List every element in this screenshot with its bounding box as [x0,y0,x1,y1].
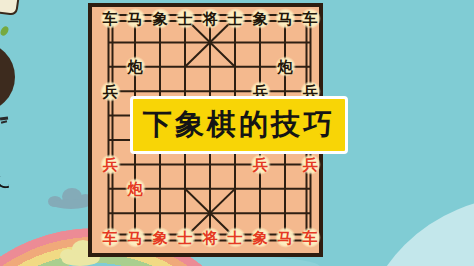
piece-red: 兵 [100,154,121,175]
piece-red: 马 [125,227,146,248]
piece-red: 车 [100,227,121,248]
piece-red: 兵 [300,154,321,175]
piece-black: 炮 [275,56,296,77]
piece-black: 马 [275,8,296,29]
piece-black: 兵 [100,81,121,102]
thumbnail-stage: 车马象士将士象马车炮炮兵兵兵兵兵兵炮车马象士将士象马车 下象棋的技巧 [0,0,474,266]
piece-black: 士 [225,8,246,29]
piece-black: 车 [100,8,121,29]
title-banner-text: 下象棋的技巧 [143,105,335,145]
piece-red: 士 [175,227,196,248]
piece-black: 马 [125,8,146,29]
piece-black: 将 [200,8,221,29]
piece-red: 车 [300,227,321,248]
piece-red: 马 [275,227,296,248]
title-banner: 下象棋的技巧 [130,96,348,154]
piece-black: 炮 [125,56,146,77]
piece-black: 象 [250,8,271,29]
piece-red: 士 [225,227,246,248]
piece-red: 象 [150,227,171,248]
piece-red: 兵 [250,154,271,175]
piece-red: 将 [200,227,221,248]
piece-black: 象 [150,8,171,29]
piece-black: 车 [300,8,321,29]
piece-red: 炮 [125,178,146,199]
piece-red: 象 [250,227,271,248]
piece-black: 士 [175,8,196,29]
